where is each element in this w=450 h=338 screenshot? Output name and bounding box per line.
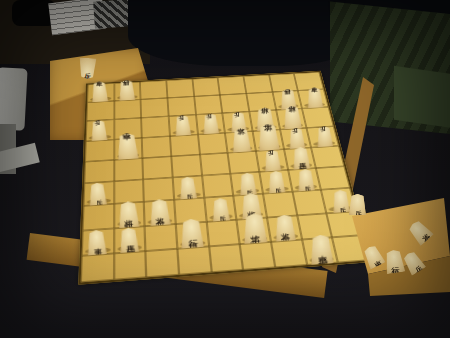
board-cell-5-6[interactable] xyxy=(202,174,234,198)
piece-kanji: 玉将 xyxy=(264,137,273,138)
board-cell-8-8[interactable] xyxy=(297,213,332,239)
board-cell-4-5[interactable] xyxy=(171,154,201,177)
piece-kanji: 歩兵 xyxy=(217,209,225,210)
board-cell-6-5[interactable] xyxy=(228,151,259,174)
board-cell-4-1[interactable] xyxy=(166,79,194,98)
board-cell-9-2[interactable]: 香車 xyxy=(298,89,328,108)
board-cell-6-4[interactable]: 金将 xyxy=(225,131,256,153)
shogi-piece-black-silver[interactable]: 銀将 xyxy=(116,200,140,227)
board-cell-8-4[interactable]: 歩兵 xyxy=(280,128,312,150)
board-cell-7-4[interactable]: 玉将 xyxy=(253,129,284,151)
piece-kanji: 角行 xyxy=(187,233,197,234)
board-cell-3-2[interactable] xyxy=(141,98,169,118)
board-cell-9-3[interactable] xyxy=(302,107,333,127)
board-cell-2-1[interactable]: 桂馬 xyxy=(114,82,141,101)
board-cell-9-6[interactable] xyxy=(316,166,350,190)
board-cell-4-8[interactable]: 角行 xyxy=(176,221,209,248)
board-cell-2-5[interactable] xyxy=(114,158,143,181)
piece-kanji: 歩兵 xyxy=(94,194,102,195)
photo-scene: 歩兵 香車桂馬桂馬香車歩兵歩兵歩兵歩兵銀将銀将飛車金将玉将歩兵歩兵歩兵桂馬歩兵歩… xyxy=(0,0,450,338)
piece-kanji: 金将 xyxy=(155,211,164,212)
piece-kanji: 角行 xyxy=(390,261,398,262)
board-cell-6-2[interactable] xyxy=(220,94,249,114)
board-cell-9-4[interactable]: 歩兵 xyxy=(307,126,339,147)
board-cell-9-1[interactable] xyxy=(294,72,324,91)
piece-kanji: 歩兵 xyxy=(302,180,310,181)
board-cell-4-6[interactable]: 歩兵 xyxy=(173,176,204,200)
shogi-piece-black-rook[interactable]: 飛車 xyxy=(308,234,335,265)
player-silhouette xyxy=(128,0,363,66)
piece-kanji: 桂馬 xyxy=(297,158,305,159)
piece-kanji: 銀将 xyxy=(246,205,255,206)
shogi-piece-white-pawn[interactable]: 歩兵 xyxy=(263,149,282,171)
board-cell-7-1[interactable] xyxy=(243,75,272,94)
board-cell-8-6[interactable]: 歩兵 xyxy=(288,168,321,192)
piece-kanji: 金将 xyxy=(417,229,423,234)
board-cell-5-7[interactable]: 歩兵 xyxy=(204,196,237,221)
board-cell-1-5[interactable] xyxy=(84,160,114,184)
board-cell-1-1[interactable]: 香車 xyxy=(87,83,114,102)
board-cell-2-4[interactable]: 飛車 xyxy=(114,138,143,160)
board-cell-5-8[interactable] xyxy=(206,219,240,246)
board-cell-3-7[interactable]: 金将 xyxy=(144,200,176,226)
shogi-piece-black-pawn[interactable]: 歩兵 xyxy=(88,182,108,205)
piece-kanji: 香車 xyxy=(93,242,102,243)
shogi-piece-white-pawn[interactable]: 歩兵 xyxy=(174,114,193,135)
board-cell-3-6[interactable] xyxy=(143,178,174,202)
board-cell-6-9[interactable] xyxy=(240,242,275,270)
shogi-piece-white-knight[interactable]: 桂馬 xyxy=(117,80,136,101)
board-cell-3-8[interactable] xyxy=(145,224,177,251)
piece-kanji: 香車 xyxy=(370,255,377,259)
board-cell-5-5[interactable] xyxy=(200,153,231,176)
shogi-piece-black-pawn[interactable]: 歩兵 xyxy=(267,171,287,194)
board-cell-5-4[interactable] xyxy=(198,133,228,155)
piece-kanji: 金将 xyxy=(281,227,290,228)
board-cell-2-2[interactable] xyxy=(114,100,141,120)
board-cell-7-7[interactable] xyxy=(263,192,297,217)
board-cell-1-4[interactable] xyxy=(85,139,114,161)
shogi-piece-black-pawn[interactable]: 歩兵 xyxy=(296,169,316,192)
shogi-piece-black-pawn[interactable]: 歩兵 xyxy=(178,177,198,200)
piece-kanji: 金将 xyxy=(237,140,245,141)
board-cell-5-2[interactable] xyxy=(194,95,223,115)
right-piece-stand: 金将香車角行歩兵歩兵歩兵 xyxy=(348,194,450,300)
board-cell-6-1[interactable] xyxy=(218,76,246,95)
shogi-piece-white-lance[interactable]: 香車 xyxy=(90,81,109,102)
board-cell-4-4[interactable] xyxy=(170,134,200,156)
board-cell-7-6[interactable]: 歩兵 xyxy=(259,170,292,194)
shogi-piece-white-pawn[interactable]: 歩兵 xyxy=(77,58,97,80)
piece-kanji: 王将 xyxy=(249,228,259,229)
board-cell-8-7[interactable] xyxy=(292,190,326,215)
shogi-board-grid[interactable]: 香車桂馬桂馬香車歩兵歩兵歩兵歩兵銀将銀将飛車金将玉将歩兵歩兵歩兵桂馬歩兵歩兵歩兵… xyxy=(78,71,372,285)
piece-kanji: 歩兵 xyxy=(269,160,277,161)
green-mat-fold xyxy=(394,66,450,128)
piece-kanji: 桂馬 xyxy=(125,239,134,240)
board-cell-7-8[interactable]: 金将 xyxy=(267,215,302,242)
white-object-top xyxy=(0,67,28,130)
board-cell-3-3[interactable] xyxy=(141,117,169,138)
shogi-piece-white-pawn[interactable]: 歩兵 xyxy=(315,126,334,147)
shogi-piece-white-pawn[interactable]: 歩兵 xyxy=(229,111,248,132)
shogi-piece-white-knight[interactable]: 桂馬 xyxy=(279,89,298,110)
board-cell-7-9[interactable] xyxy=(271,239,307,267)
board-cell-1-7[interactable] xyxy=(83,204,114,230)
piece-kanji: 歩兵 xyxy=(410,260,417,264)
piece-kanji: 飛車 xyxy=(123,146,132,147)
board-cell-1-8[interactable]: 香車 xyxy=(82,228,114,256)
shogi-piece-black-lance[interactable]: 香車 xyxy=(86,229,109,255)
board-cell-3-1[interactable] xyxy=(140,80,167,99)
board-cell-7-5[interactable]: 歩兵 xyxy=(256,149,288,172)
board-cell-1-9[interactable] xyxy=(81,253,114,282)
board-cell-1-3[interactable]: 歩兵 xyxy=(86,120,114,141)
board-cell-2-8[interactable]: 桂馬 xyxy=(114,226,146,253)
piece-kanji: 銀将 xyxy=(124,214,133,215)
board-cell-2-9[interactable] xyxy=(114,251,147,280)
board-cell-7-2[interactable] xyxy=(246,92,276,112)
shogi-piece-black-knight[interactable]: 桂馬 xyxy=(291,147,311,170)
board-cell-5-3[interactable]: 歩兵 xyxy=(196,113,225,134)
shogi-piece-black-pawn[interactable]: 歩兵 xyxy=(348,194,367,215)
shogi-piece-black-bishop[interactable]: 角行 xyxy=(179,218,206,248)
board-cell-1-2[interactable] xyxy=(86,101,114,121)
shogi-piece-black-gold[interactable]: 金将 xyxy=(147,198,171,225)
board-cell-2-7[interactable]: 銀将 xyxy=(114,202,145,228)
piece-kanji: 歩兵 xyxy=(243,184,251,185)
shogi-piece-black-knight[interactable]: 桂馬 xyxy=(118,227,141,253)
board-cell-4-3[interactable]: 歩兵 xyxy=(169,115,198,136)
shogi-piece-black-pawn[interactable]: 歩兵 xyxy=(238,173,258,196)
shogi-piece-white-pawn[interactable]: 歩兵 xyxy=(287,127,306,148)
board-cell-3-4[interactable] xyxy=(142,136,171,158)
board-cell-6-6[interactable]: 歩兵 xyxy=(231,172,263,196)
board-cell-3-9[interactable] xyxy=(146,248,179,277)
shogi-piece-white-pawn[interactable]: 歩兵 xyxy=(201,113,220,134)
board-cell-1-6[interactable]: 歩兵 xyxy=(83,181,113,206)
shogi-piece-black-pawn[interactable]: 歩兵 xyxy=(210,197,231,221)
shogi-piece-black-gold[interactable]: 金将 xyxy=(273,214,297,242)
board-cell-5-1[interactable] xyxy=(192,78,220,97)
board-cell-4-9[interactable] xyxy=(177,246,211,275)
piece-kanji: 歩兵 xyxy=(184,188,192,189)
shogi-piece-white-lance[interactable]: 香車 xyxy=(305,87,324,108)
board-cell-9-5[interactable] xyxy=(311,146,344,168)
board-cell-8-1[interactable] xyxy=(269,73,298,92)
piece-kanji: 飛車 xyxy=(317,249,327,250)
board-cell-5-9[interactable] xyxy=(209,244,244,272)
board-cell-6-3[interactable]: 歩兵 xyxy=(223,112,253,133)
board-cell-6-8[interactable]: 王将 xyxy=(237,217,271,244)
board-cell-2-6[interactable] xyxy=(114,179,144,204)
piece-kanji: 歩兵 xyxy=(336,201,344,202)
shogi-piece-white-pawn[interactable]: 歩兵 xyxy=(90,119,109,140)
piece-kanji: 歩兵 xyxy=(273,182,281,183)
shogi-board[interactable]: 香車桂馬桂馬香車歩兵歩兵歩兵歩兵銀将銀将飛車金将玉将歩兵歩兵歩兵桂馬歩兵歩兵歩兵… xyxy=(78,71,372,285)
board-cell-4-2[interactable] xyxy=(167,97,195,117)
board-cell-3-5[interactable] xyxy=(143,156,173,179)
